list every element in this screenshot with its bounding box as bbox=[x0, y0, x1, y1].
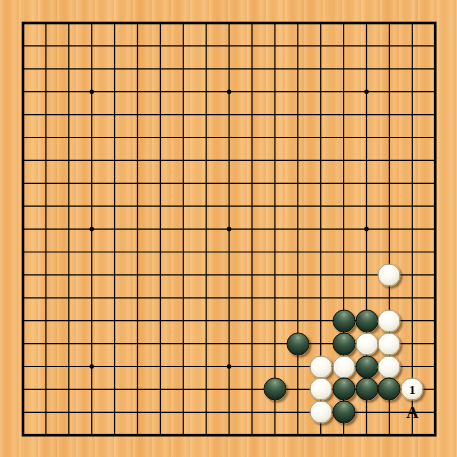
white-stone-marked: 1 bbox=[401, 378, 424, 401]
star-point bbox=[364, 227, 369, 232]
black-stone bbox=[332, 332, 355, 355]
go-board[interactable]: 1A bbox=[0, 0, 457, 457]
white-stone bbox=[378, 309, 401, 332]
star-point bbox=[227, 89, 232, 94]
black-stone bbox=[263, 378, 286, 401]
black-stone bbox=[355, 378, 378, 401]
star-point bbox=[89, 227, 94, 232]
white-stone bbox=[309, 378, 332, 401]
black-stone bbox=[355, 309, 378, 332]
white-stone bbox=[355, 332, 378, 355]
point-label-A[interactable]: A bbox=[406, 404, 418, 421]
white-stone bbox=[378, 332, 401, 355]
white-stone bbox=[309, 355, 332, 378]
black-stone bbox=[332, 401, 355, 424]
black-stone bbox=[378, 378, 401, 401]
star-point bbox=[227, 364, 232, 369]
black-stone bbox=[286, 332, 309, 355]
star-point bbox=[227, 227, 232, 232]
move-number: 1 bbox=[409, 383, 416, 396]
star-point bbox=[364, 89, 369, 94]
white-stone bbox=[332, 355, 355, 378]
star-point bbox=[89, 89, 94, 94]
white-stone bbox=[378, 355, 401, 378]
black-stone bbox=[332, 309, 355, 332]
black-stone bbox=[332, 378, 355, 401]
black-stone bbox=[355, 355, 378, 378]
star-point bbox=[89, 364, 94, 369]
white-stone bbox=[309, 401, 332, 424]
white-stone bbox=[378, 263, 401, 286]
